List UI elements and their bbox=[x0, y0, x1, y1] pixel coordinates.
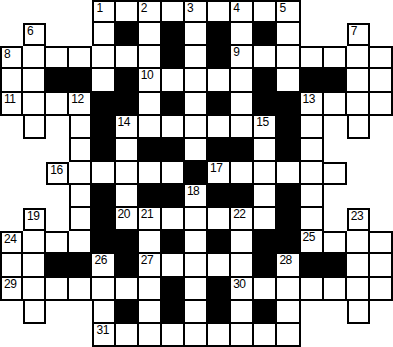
cell-r3c12[interactable] bbox=[277, 69, 300, 92]
cell-r7c5[interactable] bbox=[116, 162, 139, 185]
cell-r0c12[interactable]: 5 bbox=[277, 0, 300, 23]
cell-r13c8[interactable] bbox=[185, 301, 208, 324]
cell-r8c11[interactable] bbox=[254, 185, 277, 208]
clue-number-31: 31 bbox=[96, 324, 108, 337]
cell-r11c7[interactable] bbox=[162, 254, 185, 277]
cell-r5c1[interactable] bbox=[23, 116, 46, 139]
cell-r6c11[interactable] bbox=[254, 139, 277, 162]
cell-r2c14[interactable] bbox=[324, 46, 347, 69]
block-r8c7 bbox=[162, 185, 185, 208]
cell-r4c2[interactable] bbox=[46, 93, 69, 116]
cell-r2c12[interactable] bbox=[277, 46, 300, 69]
cell-r14c9[interactable] bbox=[208, 324, 231, 347]
cell-r1c1[interactable]: 6 bbox=[23, 23, 46, 46]
cell-r12c6[interactable] bbox=[139, 278, 162, 301]
cell-r9c5[interactable]: 20 bbox=[116, 208, 139, 231]
cell-r10c0[interactable]: 24 bbox=[0, 231, 23, 254]
cell-r6c8[interactable] bbox=[185, 139, 208, 162]
clue-number-4: 4 bbox=[233, 2, 239, 15]
cell-r14c6[interactable] bbox=[139, 324, 162, 347]
cell-r1c8[interactable] bbox=[185, 23, 208, 46]
clue-number-29: 29 bbox=[4, 278, 16, 291]
clue-number-26: 26 bbox=[94, 254, 106, 267]
cell-r9c6[interactable]: 21 bbox=[139, 208, 162, 231]
cell-r5c9[interactable] bbox=[208, 116, 231, 139]
cell-r0c11[interactable] bbox=[254, 0, 277, 23]
cell-r0c4[interactable]: 1 bbox=[92, 0, 115, 23]
block-r6c12 bbox=[277, 139, 300, 162]
block-r5c12 bbox=[277, 116, 300, 139]
cell-r4c10[interactable] bbox=[231, 93, 254, 116]
cell-r2c2[interactable] bbox=[46, 46, 69, 69]
cell-r14c11[interactable] bbox=[254, 324, 277, 347]
cell-r2c6[interactable] bbox=[139, 46, 162, 69]
clue-number-15: 15 bbox=[256, 116, 268, 129]
clue-number-17: 17 bbox=[210, 162, 222, 175]
block-r5c4 bbox=[92, 116, 115, 139]
block-r10c11 bbox=[254, 231, 277, 254]
cell-r11c12[interactable]: 28 bbox=[277, 254, 300, 277]
cell-r6c13[interactable] bbox=[301, 139, 324, 162]
block-r6c6 bbox=[139, 139, 162, 162]
block-r13c7 bbox=[162, 301, 185, 324]
block-r6c7 bbox=[162, 139, 185, 162]
cell-r11c16[interactable] bbox=[370, 254, 393, 277]
cell-r5c10[interactable] bbox=[231, 116, 254, 139]
clue-number-13: 13 bbox=[303, 93, 315, 106]
clue-number-7: 7 bbox=[351, 25, 357, 38]
block-r8c9 bbox=[208, 185, 231, 208]
cell-r2c4[interactable] bbox=[92, 46, 115, 69]
cell-r12c3[interactable] bbox=[69, 278, 92, 301]
block-r4c12 bbox=[277, 93, 300, 116]
clue-number-1: 1 bbox=[96, 2, 102, 15]
cell-r10c8[interactable] bbox=[185, 231, 208, 254]
cell-r4c13[interactable]: 13 bbox=[301, 93, 324, 116]
cell-r7c12[interactable] bbox=[277, 162, 300, 185]
cell-r2c10[interactable]: 9 bbox=[231, 46, 254, 69]
block-r3c13 bbox=[301, 69, 324, 92]
cell-r13c15[interactable] bbox=[347, 301, 370, 324]
block-r10c5 bbox=[116, 231, 139, 254]
cell-r14c4[interactable]: 31 bbox=[92, 324, 115, 347]
block-r11c3 bbox=[69, 254, 92, 277]
cell-r0c5[interactable] bbox=[116, 0, 139, 23]
cell-r0c10[interactable]: 4 bbox=[231, 0, 254, 23]
cell-r0c7[interactable] bbox=[162, 0, 185, 23]
cell-r4c8[interactable] bbox=[185, 93, 208, 116]
cell-r6c3[interactable] bbox=[69, 139, 92, 162]
cell-r7c4[interactable] bbox=[92, 162, 115, 185]
cell-r10c10[interactable] bbox=[231, 231, 254, 254]
block-r4c5 bbox=[116, 93, 139, 116]
clue-number-22: 22 bbox=[233, 208, 245, 221]
cell-r9c3[interactable] bbox=[69, 208, 92, 231]
cell-r14c5[interactable] bbox=[116, 324, 139, 347]
cell-r9c1[interactable]: 19 bbox=[23, 208, 46, 231]
cell-r8c8[interactable]: 18 bbox=[185, 185, 208, 208]
clue-number-11: 11 bbox=[4, 93, 15, 106]
cell-r7c3[interactable] bbox=[69, 162, 92, 185]
block-r4c11 bbox=[254, 93, 277, 116]
cell-r13c12[interactable] bbox=[277, 301, 300, 324]
block-r1c11 bbox=[254, 23, 277, 46]
block-r11c14 bbox=[324, 254, 347, 277]
block-r1c5 bbox=[116, 23, 139, 46]
block-r3c11 bbox=[254, 69, 277, 92]
cell-r10c3[interactable] bbox=[69, 231, 92, 254]
block-r10c9 bbox=[208, 231, 231, 254]
cell-r10c1[interactable] bbox=[23, 231, 46, 254]
cell-r13c10[interactable] bbox=[231, 301, 254, 324]
block-r10c7 bbox=[162, 231, 185, 254]
crossword-board: 1234567891011121314151617181920212223242… bbox=[0, 0, 393, 347]
block-r4c7 bbox=[162, 93, 185, 116]
cell-r11c4[interactable]: 26 bbox=[92, 254, 115, 277]
block-r10c4 bbox=[92, 231, 115, 254]
cell-r8c3[interactable] bbox=[69, 185, 92, 208]
clue-number-27: 27 bbox=[141, 254, 153, 267]
cell-r9c8[interactable] bbox=[185, 208, 208, 231]
clue-number-24: 24 bbox=[4, 233, 16, 246]
cell-r7c11[interactable] bbox=[254, 162, 277, 185]
clue-number-16: 16 bbox=[50, 164, 62, 177]
block-r8c12 bbox=[277, 185, 300, 208]
cell-r12c13[interactable] bbox=[301, 278, 324, 301]
cell-r10c2[interactable] bbox=[46, 231, 69, 254]
cell-r12c15[interactable] bbox=[347, 278, 370, 301]
cell-r4c14[interactable] bbox=[324, 93, 347, 116]
block-r2c7 bbox=[162, 46, 185, 69]
cell-r5c5[interactable]: 14 bbox=[116, 116, 139, 139]
block-r12c7 bbox=[162, 278, 185, 301]
cell-r9c9[interactable] bbox=[208, 208, 231, 231]
block-r3c3 bbox=[69, 69, 92, 92]
cell-r12c8[interactable] bbox=[185, 278, 208, 301]
cell-r3c9[interactable] bbox=[208, 69, 231, 92]
cell-r5c15[interactable] bbox=[347, 116, 370, 139]
clue-number-28: 28 bbox=[279, 254, 291, 267]
cell-r2c8[interactable] bbox=[185, 46, 208, 69]
cell-r0c6[interactable]: 2 bbox=[139, 0, 162, 23]
cell-r4c3[interactable]: 12 bbox=[69, 93, 92, 116]
block-r1c7 bbox=[162, 23, 185, 46]
cell-r12c5[interactable] bbox=[116, 278, 139, 301]
cell-r4c6[interactable] bbox=[139, 93, 162, 116]
cell-r5c8[interactable] bbox=[185, 116, 208, 139]
cell-r2c5[interactable] bbox=[116, 46, 139, 69]
cell-r14c12[interactable] bbox=[277, 324, 300, 347]
block-r4c4 bbox=[92, 93, 115, 116]
cell-r12c14[interactable] bbox=[324, 278, 347, 301]
clue-number-14: 14 bbox=[118, 116, 130, 129]
block-r7c8 bbox=[185, 162, 208, 185]
block-r3c5 bbox=[116, 69, 139, 92]
clue-number-12: 12 bbox=[71, 93, 83, 106]
block-r10c12 bbox=[277, 231, 300, 254]
block-r12c9 bbox=[208, 278, 231, 301]
cell-r1c10[interactable] bbox=[231, 23, 254, 46]
cell-r11c9[interactable] bbox=[208, 254, 231, 277]
cell-r11c8[interactable] bbox=[185, 254, 208, 277]
cell-r9c15[interactable]: 23 bbox=[347, 208, 370, 231]
clue-number-5: 5 bbox=[279, 2, 285, 15]
cell-r7c14[interactable] bbox=[324, 162, 347, 185]
cell-r2c13[interactable] bbox=[301, 46, 324, 69]
clue-number-23: 23 bbox=[351, 210, 363, 223]
cell-r4c15[interactable] bbox=[347, 93, 370, 116]
cell-r3c6[interactable]: 10 bbox=[139, 69, 162, 92]
cell-r2c16[interactable] bbox=[370, 46, 393, 69]
cell-r10c16[interactable] bbox=[370, 231, 393, 254]
cell-r4c16[interactable] bbox=[370, 93, 393, 116]
cell-r2c0[interactable]: 8 bbox=[0, 46, 23, 69]
block-r8c10 bbox=[231, 185, 254, 208]
block-r11c5 bbox=[116, 254, 139, 277]
cell-r1c15[interactable]: 7 bbox=[347, 23, 370, 46]
cell-r5c6[interactable] bbox=[139, 116, 162, 139]
cell-r11c15[interactable] bbox=[347, 254, 370, 277]
cell-r3c7[interactable] bbox=[162, 69, 185, 92]
cell-r11c0[interactable] bbox=[0, 254, 23, 277]
cell-r10c13[interactable]: 25 bbox=[301, 231, 324, 254]
cell-r12c11[interactable] bbox=[254, 278, 277, 301]
cell-r3c15[interactable] bbox=[347, 69, 370, 92]
cell-r13c1[interactable] bbox=[23, 301, 46, 324]
block-r3c14 bbox=[324, 69, 347, 92]
clue-number-19: 19 bbox=[27, 210, 39, 223]
clue-number-25: 25 bbox=[303, 231, 315, 244]
clue-number-8: 8 bbox=[4, 48, 10, 61]
block-r13c5 bbox=[116, 301, 139, 324]
clue-number-18: 18 bbox=[187, 185, 199, 198]
cell-r10c14[interactable] bbox=[324, 231, 347, 254]
block-r8c6 bbox=[139, 185, 162, 208]
cell-r5c7[interactable] bbox=[162, 116, 185, 139]
cell-r8c5[interactable] bbox=[116, 185, 139, 208]
cell-r11c6[interactable]: 27 bbox=[139, 254, 162, 277]
clue-number-9: 9 bbox=[233, 46, 239, 59]
cell-r12c2[interactable] bbox=[46, 278, 69, 301]
cell-r3c1[interactable] bbox=[23, 69, 46, 92]
block-r4c9 bbox=[208, 93, 231, 116]
clue-number-3: 3 bbox=[187, 2, 193, 15]
cell-r12c0[interactable]: 29 bbox=[0, 278, 23, 301]
cell-r5c11[interactable]: 15 bbox=[254, 116, 277, 139]
cell-r12c1[interactable] bbox=[23, 278, 46, 301]
cell-r4c0[interactable]: 11 bbox=[0, 93, 23, 116]
block-r13c9 bbox=[208, 301, 231, 324]
block-r13c11 bbox=[254, 301, 277, 324]
cell-r12c16[interactable] bbox=[370, 278, 393, 301]
cell-r14c10[interactable] bbox=[231, 324, 254, 347]
cell-r12c10[interactable]: 30 bbox=[231, 278, 254, 301]
cell-r3c4[interactable] bbox=[92, 69, 115, 92]
clue-number-2: 2 bbox=[141, 2, 147, 15]
cell-r4c1[interactable] bbox=[23, 93, 46, 116]
clue-number-21: 21 bbox=[141, 208, 153, 221]
cell-r1c12[interactable] bbox=[277, 23, 300, 46]
clue-number-6: 6 bbox=[27, 25, 33, 38]
cell-r11c10[interactable] bbox=[231, 254, 254, 277]
cell-r9c7[interactable] bbox=[162, 208, 185, 231]
block-r11c11 bbox=[254, 254, 277, 277]
cell-r10c15[interactable] bbox=[347, 231, 370, 254]
cell-r5c3[interactable] bbox=[69, 116, 92, 139]
cell-r7c2[interactable]: 16 bbox=[46, 162, 69, 185]
cell-r14c7[interactable] bbox=[162, 324, 185, 347]
cell-r9c11[interactable] bbox=[254, 208, 277, 231]
cell-r2c11[interactable] bbox=[254, 46, 277, 69]
cell-r7c9[interactable]: 17 bbox=[208, 162, 231, 185]
cell-r10c6[interactable] bbox=[139, 231, 162, 254]
block-r6c4 bbox=[92, 139, 115, 162]
cell-r13c6[interactable] bbox=[139, 301, 162, 324]
cell-r6c5[interactable] bbox=[116, 139, 139, 162]
cell-r7c13[interactable] bbox=[301, 162, 324, 185]
cell-r5c13[interactable] bbox=[301, 116, 324, 139]
block-r9c4 bbox=[92, 208, 115, 231]
block-r1c9 bbox=[208, 23, 231, 46]
cell-r8c13[interactable] bbox=[301, 185, 324, 208]
cell-r2c15[interactable] bbox=[347, 46, 370, 69]
cell-r12c12[interactable] bbox=[277, 278, 300, 301]
cell-r3c16[interactable] bbox=[370, 69, 393, 92]
cell-r0c9[interactable] bbox=[208, 0, 231, 23]
clue-number-10: 10 bbox=[141, 69, 153, 82]
cell-r12c4[interactable] bbox=[92, 278, 115, 301]
cell-r1c4[interactable] bbox=[92, 23, 115, 46]
cell-r2c3[interactable] bbox=[69, 46, 92, 69]
clue-number-20: 20 bbox=[118, 208, 130, 221]
cell-r7c7[interactable] bbox=[162, 162, 185, 185]
cell-r3c10[interactable] bbox=[231, 69, 254, 92]
block-r8c4 bbox=[92, 185, 115, 208]
clue-number-30: 30 bbox=[233, 278, 245, 291]
block-r2c9 bbox=[208, 46, 231, 69]
block-r6c9 bbox=[208, 139, 231, 162]
block-r3c2 bbox=[46, 69, 69, 92]
cell-r9c13[interactable] bbox=[301, 208, 324, 231]
cell-r3c0[interactable] bbox=[0, 69, 23, 92]
cell-r0c8[interactable]: 3 bbox=[185, 0, 208, 23]
cell-r7c6[interactable] bbox=[139, 162, 162, 185]
cell-r14c8[interactable] bbox=[185, 324, 208, 347]
cell-r9c10[interactable]: 22 bbox=[231, 208, 254, 231]
cell-r11c1[interactable] bbox=[23, 254, 46, 277]
cell-r7c10[interactable] bbox=[231, 162, 254, 185]
block-r6c10 bbox=[231, 139, 254, 162]
block-r11c13 bbox=[301, 254, 324, 277]
cell-r3c8[interactable] bbox=[185, 69, 208, 92]
block-r9c12 bbox=[277, 208, 300, 231]
cell-r2c1[interactable] bbox=[23, 46, 46, 69]
cell-r1c6[interactable] bbox=[139, 23, 162, 46]
cell-r13c4[interactable] bbox=[92, 301, 115, 324]
block-r11c2 bbox=[46, 254, 69, 277]
